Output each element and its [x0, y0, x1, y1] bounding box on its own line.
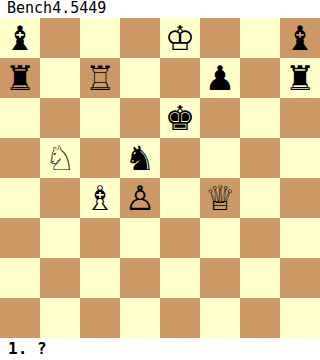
square-e1[interactable] — [160, 298, 200, 338]
piece-black-king: ♚ — [165, 98, 195, 138]
square-e5[interactable] — [160, 138, 200, 178]
square-g6[interactable] — [240, 98, 280, 138]
square-e7[interactable] — [160, 58, 200, 98]
square-d3[interactable] — [120, 218, 160, 258]
square-f7[interactable]: ♟ — [200, 58, 240, 98]
square-h3[interactable] — [280, 218, 320, 258]
square-d4[interactable]: ♙ — [120, 178, 160, 218]
square-g7[interactable] — [240, 58, 280, 98]
piece-white-queen: ♕ — [205, 178, 235, 218]
piece-black-bishop: ♝ — [285, 18, 315, 58]
square-f8[interactable] — [200, 18, 240, 58]
square-f3[interactable] — [200, 218, 240, 258]
square-b6[interactable] — [40, 98, 80, 138]
square-h6[interactable] — [280, 98, 320, 138]
piece-white-knight: ♘ — [45, 138, 75, 178]
piece-black-rook: ♜ — [5, 58, 35, 98]
position-title: Bench4.5449 — [0, 0, 320, 18]
square-b1[interactable] — [40, 298, 80, 338]
square-a6[interactable] — [0, 98, 40, 138]
piece-black-pawn: ♟ — [205, 58, 235, 98]
square-b7[interactable] — [40, 58, 80, 98]
square-g8[interactable] — [240, 18, 280, 58]
square-a2[interactable] — [0, 258, 40, 298]
square-a7[interactable]: ♜ — [0, 58, 40, 98]
square-c6[interactable] — [80, 98, 120, 138]
square-e3[interactable] — [160, 218, 200, 258]
chess-board: ♝♔♝♜♖♟♜♚♘♞♗♙♕ — [0, 18, 320, 338]
square-c2[interactable] — [80, 258, 120, 298]
square-h8[interactable]: ♝ — [280, 18, 320, 58]
piece-white-bishop: ♗ — [85, 178, 115, 218]
square-h1[interactable] — [280, 298, 320, 338]
square-f4[interactable]: ♕ — [200, 178, 240, 218]
square-f5[interactable] — [200, 138, 240, 178]
square-f6[interactable] — [200, 98, 240, 138]
piece-white-king: ♔ — [165, 18, 195, 58]
square-c8[interactable] — [80, 18, 120, 58]
square-h7[interactable]: ♜ — [280, 58, 320, 98]
square-a3[interactable] — [0, 218, 40, 258]
square-b8[interactable] — [40, 18, 80, 58]
square-c7[interactable]: ♖ — [80, 58, 120, 98]
square-h5[interactable] — [280, 138, 320, 178]
square-a8[interactable]: ♝ — [0, 18, 40, 58]
square-c4[interactable]: ♗ — [80, 178, 120, 218]
square-a1[interactable] — [0, 298, 40, 338]
square-h2[interactable] — [280, 258, 320, 298]
piece-black-rook: ♜ — [285, 58, 315, 98]
square-g3[interactable] — [240, 218, 280, 258]
square-g2[interactable] — [240, 258, 280, 298]
square-g5[interactable] — [240, 138, 280, 178]
square-c3[interactable] — [80, 218, 120, 258]
square-d1[interactable] — [120, 298, 160, 338]
square-e4[interactable] — [160, 178, 200, 218]
piece-white-pawn: ♙ — [125, 178, 155, 218]
square-c1[interactable] — [80, 298, 120, 338]
square-b2[interactable] — [40, 258, 80, 298]
square-c5[interactable] — [80, 138, 120, 178]
square-e8[interactable]: ♔ — [160, 18, 200, 58]
piece-white-rook: ♖ — [85, 58, 115, 98]
square-a5[interactable] — [0, 138, 40, 178]
square-d6[interactable] — [120, 98, 160, 138]
square-b5[interactable]: ♘ — [40, 138, 80, 178]
square-d5[interactable]: ♞ — [120, 138, 160, 178]
square-b4[interactable] — [40, 178, 80, 218]
square-f1[interactable] — [200, 298, 240, 338]
piece-black-bishop: ♝ — [5, 18, 35, 58]
square-d7[interactable] — [120, 58, 160, 98]
square-g1[interactable] — [240, 298, 280, 338]
square-h4[interactable] — [280, 178, 320, 218]
square-b3[interactable] — [40, 218, 80, 258]
square-f2[interactable] — [200, 258, 240, 298]
square-a4[interactable] — [0, 178, 40, 218]
square-d2[interactable] — [120, 258, 160, 298]
square-g4[interactable] — [240, 178, 280, 218]
move-prompt: 1. ? — [0, 338, 320, 360]
square-d8[interactable] — [120, 18, 160, 58]
square-e2[interactable] — [160, 258, 200, 298]
square-e6[interactable]: ♚ — [160, 98, 200, 138]
piece-black-knight: ♞ — [125, 138, 155, 178]
